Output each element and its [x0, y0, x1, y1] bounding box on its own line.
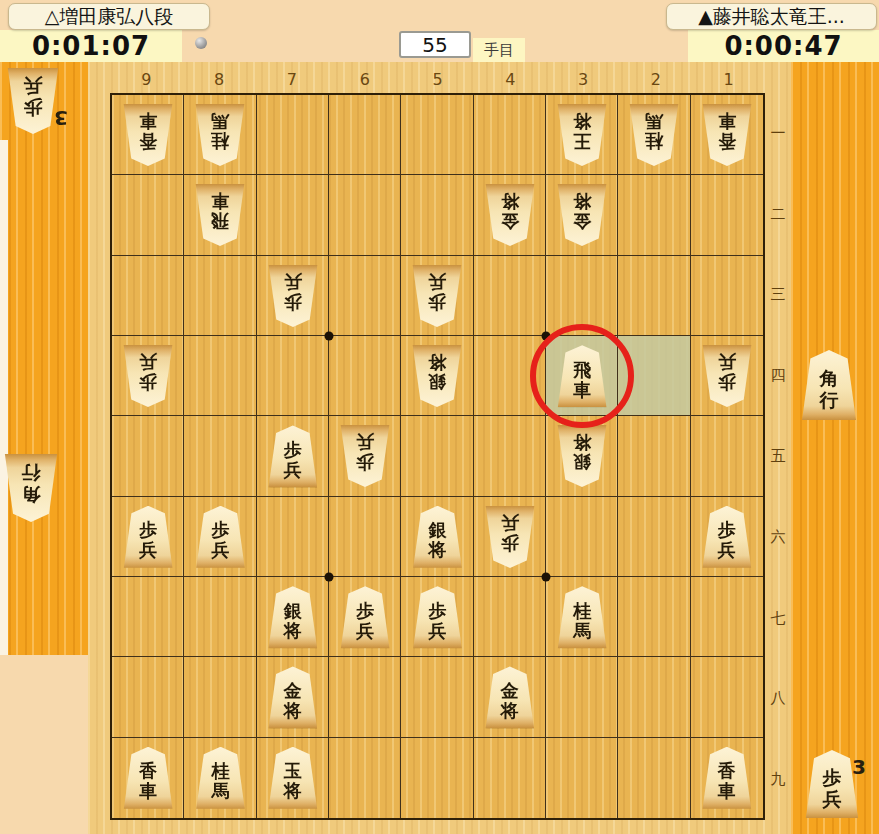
piece-sente-桂馬: 桂馬	[193, 747, 247, 809]
piece-cell-5-7: 歩兵	[401, 577, 473, 657]
piece-gote-銀将: 銀将	[410, 345, 464, 407]
sente-hand-count: 3	[852, 755, 866, 779]
piece-sente-歩兵: 歩兵	[121, 506, 175, 568]
piece-cell-7-9: 玉将	[257, 738, 329, 818]
piece-sente-歩兵: 歩兵	[338, 586, 392, 648]
piece-cell-1-4: 歩兵	[691, 336, 763, 416]
piece-cell-9-6: 歩兵	[112, 497, 184, 577]
piece-cell-8-1: 桂馬	[184, 95, 256, 175]
piece-gote-歩兵: 歩兵	[5, 68, 61, 134]
rank-label: 四	[767, 335, 789, 416]
piece-cell-3-2: 金将	[546, 175, 618, 255]
gote-komadai: 歩兵3角行	[0, 62, 88, 655]
sente-clock: 0:00:47	[724, 31, 842, 61]
piece-gote-金将: 金将	[483, 184, 537, 246]
piece-cell-8-9: 桂馬	[184, 738, 256, 818]
file-label: 6	[328, 70, 401, 92]
file-label: 4	[474, 70, 547, 92]
piece-cell-8-2: 飛車	[184, 175, 256, 255]
piece-gote-角行: 角行	[2, 454, 60, 522]
piece-cell-7-7: 銀将	[257, 577, 329, 657]
gote-clock: 0:01:07	[32, 31, 150, 61]
piece-cell-1-9: 香車	[691, 738, 763, 818]
top-bar: 0:01:07 0:00:47 △増田康弘八段 ▲藤井聡太竜王... 55 手目	[0, 0, 879, 62]
komadai-edge	[0, 140, 8, 655]
piece-sente-香車: 香車	[700, 747, 754, 809]
sente-clock-strip: 0:00:47	[688, 30, 879, 62]
piece-gote-歩兵: 歩兵	[700, 345, 754, 407]
pieces-layer: 香車桂馬王将桂馬香車飛車金将金将歩兵歩兵歩兵銀将歩兵歩兵銀将歩兵飛車歩兵歩兵歩兵…	[112, 95, 763, 818]
piece-cell-5-6: 銀将	[401, 497, 473, 577]
piece-cell-8-6: 歩兵	[184, 497, 256, 577]
piece-gote-王将: 王将	[555, 104, 609, 166]
gote-name-plate: △増田康弘八段	[8, 3, 210, 30]
file-labels: 987654321	[110, 70, 765, 92]
move-count-input[interactable]: 55	[399, 31, 471, 58]
piece-cell-9-4: 歩兵	[112, 336, 184, 416]
piece-gote-歩兵: 歩兵	[338, 425, 392, 487]
file-label: 3	[547, 70, 620, 92]
piece-gote-桂馬: 桂馬	[627, 104, 681, 166]
piece-sente-金将: 金将	[266, 666, 320, 728]
sente-name-plate: ▲藤井聡太竜王...	[666, 3, 877, 30]
file-label: 7	[256, 70, 329, 92]
piece-sente-角行: 角行	[799, 350, 859, 420]
move-count-suffix: 手目	[473, 38, 525, 62]
piece-cell-3-4: 飛車	[546, 336, 618, 416]
piece-sente-香車: 香車	[121, 747, 175, 809]
rank-label: 九	[767, 739, 789, 820]
rank-label: 五	[767, 416, 789, 497]
piece-gote-桂馬: 桂馬	[193, 104, 247, 166]
piece-gote-銀将: 銀将	[555, 425, 609, 487]
piece-cell-9-1: 香車	[112, 95, 184, 175]
rank-label: 一	[767, 93, 789, 174]
status-dot-icon	[195, 37, 207, 49]
piece-cell-4-6: 歩兵	[474, 497, 546, 577]
piece-sente-桂馬: 桂馬	[555, 586, 609, 648]
piece-cell-4-8: 金将	[474, 657, 546, 737]
piece-cell-1-6: 歩兵	[691, 497, 763, 577]
piece-cell-2-1: 桂馬	[618, 95, 690, 175]
piece-cell-3-5: 銀将	[546, 416, 618, 496]
piece-gote-金将: 金将	[555, 184, 609, 246]
piece-gote-歩兵: 歩兵	[121, 345, 175, 407]
piece-cell-5-3: 歩兵	[401, 256, 473, 336]
rank-label: 八	[767, 658, 789, 739]
piece-cell-3-7: 桂馬	[546, 577, 618, 657]
piece-cell-6-5: 歩兵	[329, 416, 401, 496]
piece-sente-銀将: 銀将	[266, 586, 320, 648]
piece-cell-3-1: 王将	[546, 95, 618, 175]
rank-labels: 一二三四五六七八九	[767, 93, 789, 820]
file-label: 9	[110, 70, 183, 92]
piece-cell-4-2: 金将	[474, 175, 546, 255]
rank-label: 六	[767, 497, 789, 578]
piece-cell-7-5: 歩兵	[257, 416, 329, 496]
rank-label: 二	[767, 174, 789, 255]
file-label: 1	[692, 70, 765, 92]
piece-sente-歩兵: 歩兵	[700, 506, 754, 568]
piece-cell-6-7: 歩兵	[329, 577, 401, 657]
piece-gote-歩兵: 歩兵	[266, 265, 320, 327]
shogi-board: 香車桂馬王将桂馬香車飛車金将金将歩兵歩兵歩兵銀将歩兵歩兵銀将歩兵飛車歩兵歩兵歩兵…	[110, 93, 765, 820]
piece-gote-香車: 香車	[700, 104, 754, 166]
piece-sente-歩兵: 歩兵	[193, 506, 247, 568]
piece-sente-飛車: 飛車	[555, 345, 609, 407]
rank-label: 七	[767, 578, 789, 659]
rank-label: 三	[767, 255, 789, 336]
piece-sente-金将: 金将	[483, 666, 537, 728]
piece-sente-玉将: 玉将	[266, 747, 320, 809]
gote-clock-strip: 0:01:07	[0, 30, 182, 62]
piece-cell-7-3: 歩兵	[257, 256, 329, 336]
piece-cell-5-4: 銀将	[401, 336, 473, 416]
piece-gote-歩兵: 歩兵	[483, 506, 537, 568]
piece-sente-歩兵: 歩兵	[266, 425, 320, 487]
gote-hand-count: 3	[54, 106, 68, 130]
piece-sente-銀将: 銀将	[410, 506, 464, 568]
piece-cell-1-1: 香車	[691, 95, 763, 175]
file-label: 8	[183, 70, 256, 92]
piece-cell-9-9: 香車	[112, 738, 184, 818]
piece-cell-7-8: 金将	[257, 657, 329, 737]
piece-gote-歩兵: 歩兵	[410, 265, 464, 327]
sente-komadai: 角行歩兵3	[791, 62, 879, 834]
piece-sente-歩兵: 歩兵	[410, 586, 464, 648]
piece-gote-飛車: 飛車	[193, 184, 247, 246]
file-label: 2	[619, 70, 692, 92]
board-panel: 987654321 一二三四五六七八九 香車桂馬王将桂馬香車飛車金将金将歩兵歩兵…	[88, 62, 791, 834]
file-label: 5	[401, 70, 474, 92]
piece-gote-香車: 香車	[121, 104, 175, 166]
